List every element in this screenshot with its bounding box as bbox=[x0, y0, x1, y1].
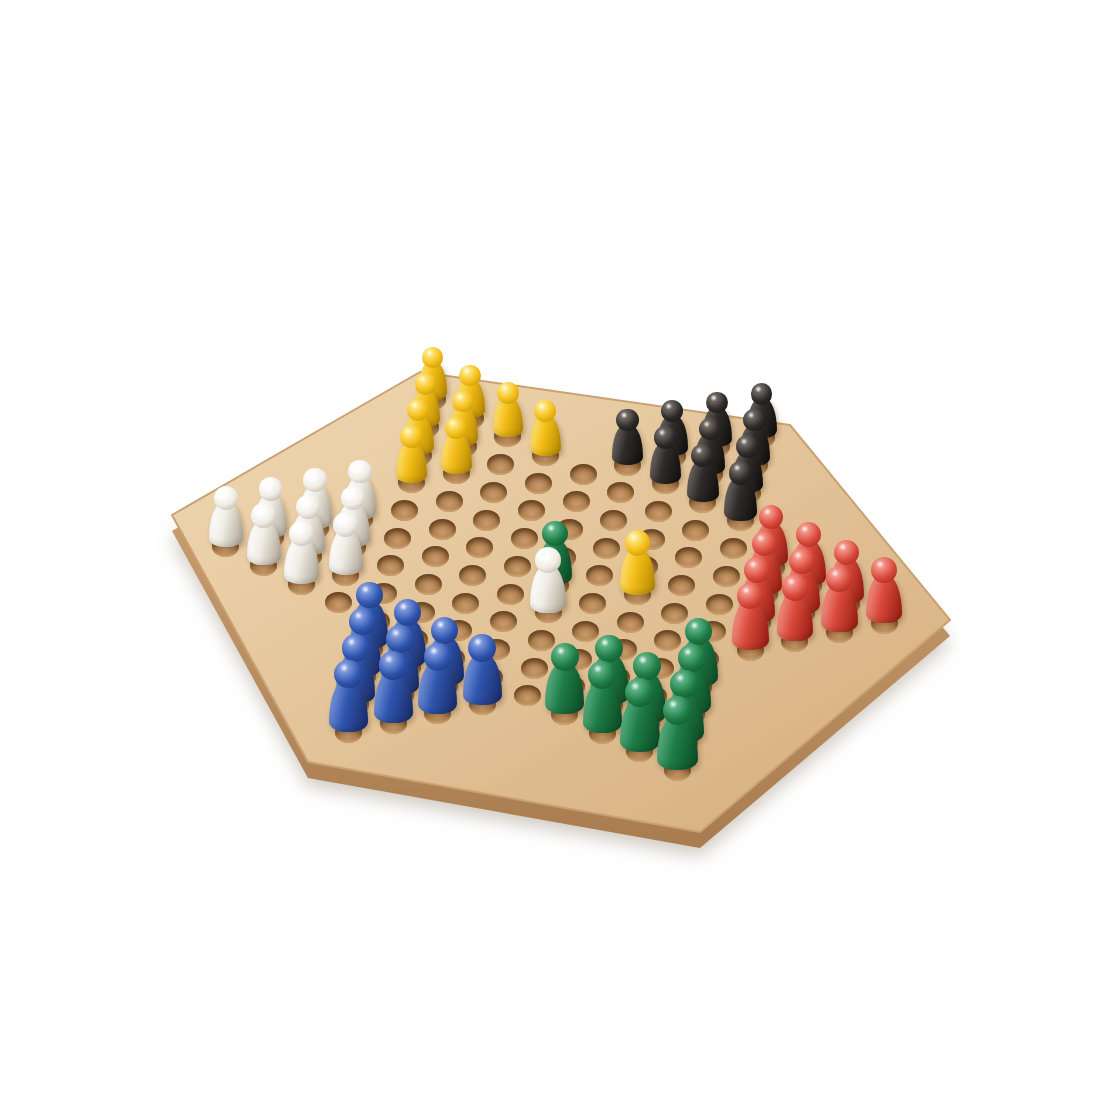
peg-head bbox=[535, 547, 561, 573]
peg-blue[interactable] bbox=[463, 634, 502, 705]
peg-body bbox=[724, 478, 757, 521]
board-hole[interactable] bbox=[384, 528, 411, 549]
board-hole[interactable] bbox=[415, 574, 442, 595]
board-hole[interactable] bbox=[436, 491, 463, 512]
peg-head bbox=[789, 548, 815, 574]
peg-white[interactable] bbox=[247, 503, 281, 565]
peg-green[interactable] bbox=[657, 696, 698, 770]
board-hole[interactable] bbox=[593, 538, 620, 559]
peg-head bbox=[394, 599, 421, 626]
peg-head bbox=[736, 435, 759, 458]
peg-head bbox=[782, 574, 808, 600]
peg-head bbox=[386, 625, 414, 653]
peg-green[interactable] bbox=[583, 661, 622, 733]
peg-body bbox=[247, 521, 281, 565]
peg-head bbox=[289, 521, 314, 546]
board-hole[interactable] bbox=[480, 482, 507, 503]
peg-body bbox=[732, 602, 769, 650]
peg-body bbox=[329, 530, 363, 575]
peg-body bbox=[620, 699, 660, 751]
board-hole[interactable] bbox=[422, 546, 449, 567]
peg-blue[interactable] bbox=[329, 660, 368, 732]
peg-head bbox=[349, 608, 376, 635]
peg-body bbox=[530, 416, 561, 456]
peg-head bbox=[259, 477, 283, 501]
peg-yellow[interactable] bbox=[493, 382, 523, 437]
peg-yellow[interactable] bbox=[441, 417, 472, 474]
peg-red[interactable] bbox=[866, 557, 902, 623]
peg-head bbox=[422, 347, 443, 368]
peg-body bbox=[821, 585, 857, 632]
peg-white[interactable] bbox=[329, 512, 363, 575]
peg-head bbox=[341, 486, 365, 510]
peg-red[interactable] bbox=[732, 583, 769, 650]
peg-body bbox=[463, 655, 502, 705]
peg-head bbox=[251, 503, 276, 528]
peg-head bbox=[379, 651, 407, 679]
peg-head bbox=[296, 495, 320, 519]
peg-body bbox=[687, 461, 719, 503]
peg-white[interactable] bbox=[284, 521, 319, 585]
peg-white[interactable] bbox=[209, 486, 242, 547]
peg-head bbox=[342, 634, 370, 662]
board-hole[interactable] bbox=[645, 501, 672, 522]
peg-head bbox=[400, 425, 423, 448]
peg-body bbox=[493, 398, 523, 437]
peg-body bbox=[329, 681, 368, 732]
board-hole[interactable] bbox=[473, 510, 500, 531]
peg-body bbox=[441, 433, 472, 474]
peg-head bbox=[729, 461, 753, 485]
board-hole[interactable] bbox=[563, 491, 590, 512]
peg-body bbox=[374, 672, 413, 723]
board-hole[interactable] bbox=[514, 685, 541, 706]
peg-white[interactable] bbox=[530, 547, 566, 612]
board-hole[interactable] bbox=[452, 593, 479, 614]
peg-yellow[interactable] bbox=[396, 425, 427, 483]
board-hole[interactable] bbox=[525, 473, 552, 494]
peg-body bbox=[777, 594, 813, 642]
peg-yellow[interactable] bbox=[530, 400, 561, 456]
peg-blue[interactable] bbox=[418, 643, 457, 714]
peg-green[interactable] bbox=[620, 678, 660, 751]
board-hole[interactable] bbox=[459, 565, 486, 586]
peg-head bbox=[743, 409, 765, 431]
peg-head bbox=[625, 530, 650, 555]
peg-red[interactable] bbox=[821, 566, 857, 632]
board-hole[interactable] bbox=[682, 520, 709, 541]
board-hole[interactable] bbox=[706, 594, 733, 615]
peg-body bbox=[284, 539, 319, 584]
peg-head bbox=[424, 643, 452, 671]
peg-body bbox=[650, 443, 681, 484]
peg-yellow[interactable] bbox=[620, 530, 655, 594]
peg-body bbox=[545, 664, 584, 715]
board-hole[interactable] bbox=[521, 658, 548, 679]
board-hole[interactable] bbox=[617, 612, 644, 633]
peg-head bbox=[616, 409, 638, 431]
peg-head bbox=[348, 460, 372, 484]
peg-head bbox=[744, 557, 770, 583]
peg-head bbox=[333, 512, 358, 537]
board-hole[interactable] bbox=[600, 510, 627, 531]
peg-black[interactable] bbox=[650, 426, 681, 484]
peg-head bbox=[706, 392, 728, 414]
board-hole[interactable] bbox=[511, 528, 538, 549]
peg-green[interactable] bbox=[545, 643, 584, 714]
peg-black[interactable] bbox=[612, 409, 643, 465]
peg-head bbox=[699, 418, 721, 440]
board-hole[interactable] bbox=[429, 519, 456, 540]
peg-head bbox=[459, 365, 480, 386]
peg-red[interactable] bbox=[777, 574, 813, 641]
peg-head bbox=[751, 383, 773, 405]
peg-head bbox=[685, 618, 712, 645]
peg-head bbox=[214, 486, 238, 510]
peg-blue[interactable] bbox=[374, 651, 413, 723]
peg-head bbox=[678, 644, 706, 672]
peg-head bbox=[534, 400, 556, 422]
peg-body bbox=[396, 442, 427, 483]
peg-body bbox=[530, 566, 566, 612]
peg-body bbox=[620, 549, 655, 595]
peg-head bbox=[551, 643, 579, 671]
peg-head bbox=[663, 696, 692, 725]
peg-head bbox=[670, 670, 699, 699]
peg-black[interactable] bbox=[687, 444, 719, 503]
peg-body bbox=[657, 717, 698, 770]
peg-head bbox=[654, 426, 677, 449]
peg-head bbox=[356, 582, 383, 609]
board-hole[interactable] bbox=[391, 500, 418, 521]
board-hole[interactable] bbox=[497, 584, 524, 605]
peg-head bbox=[542, 521, 567, 546]
chinese-checkers-photo bbox=[0, 0, 1120, 1120]
peg-body bbox=[612, 425, 643, 465]
peg-black[interactable] bbox=[724, 461, 757, 521]
board-hole[interactable] bbox=[504, 556, 531, 577]
peg-head bbox=[334, 660, 362, 688]
peg-body bbox=[418, 663, 457, 714]
board-hole[interactable] bbox=[570, 464, 597, 485]
peg-body bbox=[866, 576, 902, 623]
peg-head bbox=[415, 373, 436, 394]
peg-head bbox=[752, 531, 777, 556]
peg-head bbox=[497, 382, 519, 404]
peg-body bbox=[583, 682, 622, 733]
peg-body bbox=[209, 503, 242, 547]
